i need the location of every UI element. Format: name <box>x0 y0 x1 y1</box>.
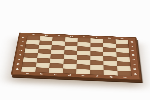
rank-labels-right-label: 1 <box>131 71 139 76</box>
square-h1 <box>117 71 131 76</box>
square-a1 <box>21 67 35 72</box>
square-e1 <box>76 69 90 74</box>
product-photo: abcdefgh abcdefgh 87654321 87654321 <box>0 0 150 100</box>
chessboard: abcdefgh abcdefgh 87654321 87654321 <box>11 33 141 81</box>
playing-field <box>21 36 132 77</box>
chessboard-scene: abcdefgh abcdefgh 87654321 87654321 <box>13 0 142 100</box>
square-f1 <box>90 70 104 75</box>
square-b1 <box>35 67 49 72</box>
square-g1 <box>104 70 118 75</box>
square-d1 <box>62 68 76 73</box>
square-c1 <box>49 68 63 73</box>
